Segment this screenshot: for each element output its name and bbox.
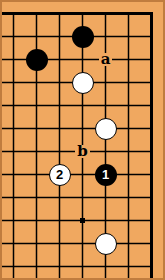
go-board-diagram: ab21 [0,0,165,280]
intersection [48,48,71,71]
intersection [94,71,117,94]
intersection [2,255,25,278]
intersection [117,25,140,48]
intersection [117,140,140,163]
intersection [117,186,140,209]
intersection [48,186,71,209]
intersection [140,209,163,232]
intersection [2,2,25,25]
intersection [71,25,94,48]
intersection [140,48,163,71]
intersection [48,232,71,255]
intersection [25,48,48,71]
intersection: 1 [94,163,117,186]
intersection [117,232,140,255]
intersection [71,186,94,209]
black-stone [26,49,48,71]
star-point-marker [80,218,85,223]
black-stone [72,26,94,48]
intersection [140,2,163,25]
intersection [71,2,94,25]
intersection [140,94,163,117]
point-label: b [75,145,90,158]
intersection [117,48,140,71]
intersection [94,140,117,163]
intersection [48,94,71,117]
intersection [117,209,140,232]
intersection [117,71,140,94]
intersection [117,255,140,278]
intersection [48,25,71,48]
white-stone [95,118,117,140]
white-stone [95,233,117,255]
intersection [48,209,71,232]
board-grid: ab21 [2,2,163,278]
intersection [48,255,71,278]
intersection [94,232,117,255]
intersection [140,117,163,140]
intersection [140,140,163,163]
intersection [25,186,48,209]
intersection [71,117,94,140]
intersection [48,117,71,140]
intersection [2,94,25,117]
intersection [94,94,117,117]
intersection [140,255,163,278]
intersection [25,117,48,140]
intersection: 2 [48,163,71,186]
intersection: b [71,140,94,163]
intersection: a [94,48,117,71]
black-stone: 1 [95,164,117,186]
intersection [71,209,94,232]
intersection [2,163,25,186]
intersection [117,94,140,117]
intersection [140,232,163,255]
intersection [48,140,71,163]
intersection [94,2,117,25]
intersection [140,25,163,48]
intersection [71,71,94,94]
intersection [25,25,48,48]
intersection [94,25,117,48]
move-number: 1 [102,168,109,181]
intersection [25,71,48,94]
point-label: a [99,53,113,66]
intersection [25,209,48,232]
intersection [140,71,163,94]
intersection [71,94,94,117]
intersection [71,163,94,186]
move-number: 2 [56,168,63,181]
intersection [2,117,25,140]
intersection [2,232,25,255]
intersection [71,255,94,278]
intersection [2,186,25,209]
intersection [48,71,71,94]
intersection [25,140,48,163]
intersection [71,232,94,255]
intersection [94,255,117,278]
intersection [94,186,117,209]
white-stone: 2 [49,164,71,186]
intersection [2,71,25,94]
intersection [48,2,71,25]
intersection [94,117,117,140]
intersection [2,140,25,163]
intersection [25,255,48,278]
intersection [94,209,117,232]
intersection [117,2,140,25]
intersection [25,232,48,255]
intersection [140,186,163,209]
intersection [25,94,48,117]
intersection [25,2,48,25]
intersection [140,163,163,186]
intersection [2,209,25,232]
intersection [117,117,140,140]
intersection [117,163,140,186]
intersection [71,48,94,71]
white-stone [72,72,94,94]
intersection [25,163,48,186]
intersection [2,25,25,48]
intersection [2,48,25,71]
